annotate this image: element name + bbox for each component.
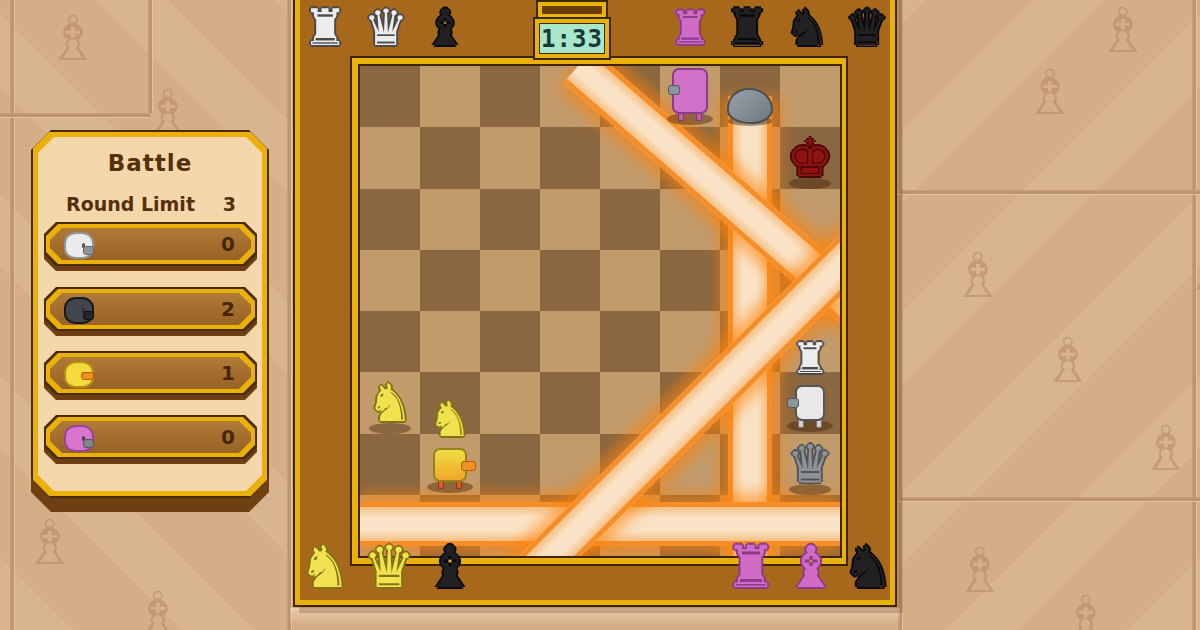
score-row-yellow: 1 [44, 351, 257, 401]
game-screen: ♗♗♗♗♗♗♗♗♗♗♗♗ Battle Round Limit 3 0 [0, 0, 1200, 630]
timer: 1:33 [533, 17, 611, 60]
round-limit-label: Round Limit [66, 193, 195, 215]
tile-seam [898, 190, 1200, 195]
yellow-team-avatar [64, 361, 94, 388]
score-row-white: 0 [44, 222, 257, 272]
tile-seam [898, 497, 1200, 502]
bishop-motif: ♗ [1058, 588, 1114, 630]
bishop-motif: ♗ [1095, 0, 1151, 62]
white-team-avatar [64, 232, 94, 259]
pill: 2 [44, 287, 257, 331]
score-row-black: 2 [44, 287, 257, 337]
bishop-motif: ♗ [130, 584, 186, 630]
bishop-motif: ♗ [1022, 62, 1078, 124]
battle-panel: Battle Round Limit 3 0 2 [31, 130, 269, 498]
round-limit-value: 3 [223, 193, 236, 215]
yellow-team-score: 1 [221, 361, 235, 385]
bishop-motif: ♗ [45, 8, 101, 70]
pink-team-avatar [64, 425, 94, 452]
round-limit-row: Round Limit 3 [38, 193, 262, 215]
tile-seam [0, 113, 150, 118]
black-team-score: 2 [221, 297, 235, 321]
bishop-motif: ♗ [22, 512, 78, 574]
tile-seam [1192, 0, 1197, 630]
laser-beams-layer [360, 66, 840, 556]
pink-team-score: 0 [221, 425, 235, 449]
bishop-motif: ♗ [952, 540, 1008, 602]
black-team-avatar [64, 297, 94, 324]
pill: 1 [44, 351, 257, 395]
tile-seam [287, 0, 292, 630]
bishop-motif: ♗ [1182, 238, 1200, 300]
bishop-motif: ♗ [1040, 330, 1096, 392]
timer-display: 1:33 [539, 23, 605, 54]
floor-reflection [290, 608, 900, 624]
pill: 0 [44, 222, 257, 266]
tile-seam [148, 0, 153, 113]
bishop-motif: ♗ [950, 245, 1006, 307]
white-team-score: 0 [221, 232, 235, 256]
tile-seam [10, 0, 15, 630]
score-row-pink: 0 [44, 415, 257, 465]
battle-panel-gold-border: Battle Round Limit 3 0 2 [33, 132, 267, 496]
bishop-motif: ♗ [1138, 418, 1194, 480]
pill: 0 [44, 415, 257, 459]
tile-seam [898, 0, 903, 630]
battle-panel-body: Battle Round Limit 3 0 2 [38, 137, 262, 491]
panel-title: Battle [38, 150, 262, 176]
